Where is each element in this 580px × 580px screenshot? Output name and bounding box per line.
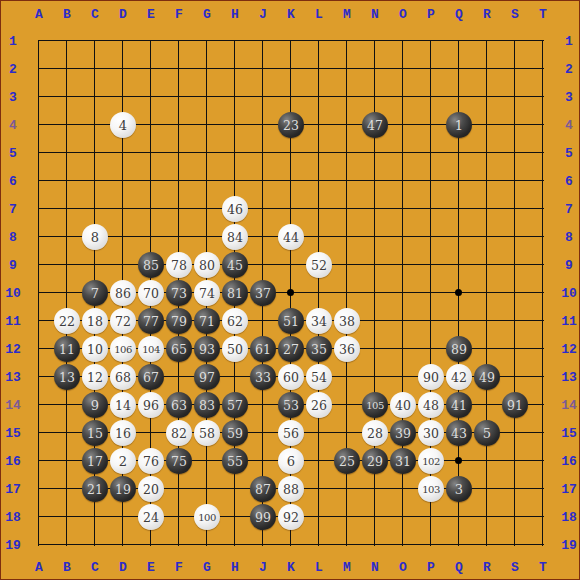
coordinate-label[interactable]: 14 xyxy=(555,391,580,419)
coordinate-label[interactable]: 12 xyxy=(555,335,580,363)
intersection-G19[interactable] xyxy=(193,531,221,559)
coordinate-label[interactable]: 16 xyxy=(0,447,27,475)
intersection-S15[interactable] xyxy=(501,419,529,447)
intersection-B14[interactable] xyxy=(53,391,81,419)
intersection-S2[interactable] xyxy=(501,55,529,83)
coordinate-label[interactable]: 4 xyxy=(555,111,580,139)
intersection-F7[interactable] xyxy=(165,195,193,223)
intersection-A11[interactable] xyxy=(25,307,53,335)
intersection-H18[interactable] xyxy=(221,503,249,531)
intersection-E11[interactable]: 77 xyxy=(137,307,165,335)
intersection-E15[interactable] xyxy=(137,419,165,447)
intersection-E7[interactable] xyxy=(137,195,165,223)
intersection-O16[interactable]: 31 xyxy=(389,447,417,475)
intersection-H8[interactable]: 84 xyxy=(221,223,249,251)
intersection-D13[interactable]: 68 xyxy=(109,363,137,391)
intersection-J3[interactable] xyxy=(249,83,277,111)
intersection-C5[interactable] xyxy=(81,139,109,167)
intersection-L9[interactable]: 52 xyxy=(305,251,333,279)
intersection-E3[interactable] xyxy=(137,83,165,111)
intersection-N19[interactable] xyxy=(361,531,389,559)
intersection-O7[interactable] xyxy=(389,195,417,223)
intersection-C1[interactable] xyxy=(81,27,109,55)
intersection-O13[interactable] xyxy=(389,363,417,391)
coordinate-label[interactable]: 11 xyxy=(0,307,27,335)
coordinate-label[interactable]: L xyxy=(305,0,333,28)
intersection-M15[interactable] xyxy=(333,419,361,447)
intersection-M19[interactable] xyxy=(333,531,361,559)
intersection-S13[interactable] xyxy=(501,363,529,391)
intersection-J5[interactable] xyxy=(249,139,277,167)
intersection-H16[interactable]: 55 xyxy=(221,447,249,475)
intersection-L16[interactable] xyxy=(305,447,333,475)
intersection-L1[interactable] xyxy=(305,27,333,55)
intersection-H15[interactable]: 59 xyxy=(221,419,249,447)
intersection-A1[interactable] xyxy=(25,27,53,55)
intersection-J12[interactable]: 61 xyxy=(249,335,277,363)
coordinate-label[interactable]: 19 xyxy=(555,531,580,559)
intersection-H10[interactable]: 81 xyxy=(221,279,249,307)
intersection-B5[interactable] xyxy=(53,139,81,167)
coordinate-label[interactable]: H xyxy=(221,0,249,28)
intersection-A10[interactable] xyxy=(25,279,53,307)
intersection-K14[interactable]: 53 xyxy=(277,391,305,419)
intersection-S5[interactable] xyxy=(501,139,529,167)
intersection-C2[interactable] xyxy=(81,55,109,83)
intersection-O12[interactable] xyxy=(389,335,417,363)
intersection-M3[interactable] xyxy=(333,83,361,111)
intersection-F2[interactable] xyxy=(165,55,193,83)
intersection-O10[interactable] xyxy=(389,279,417,307)
intersection-M5[interactable] xyxy=(333,139,361,167)
intersection-B11[interactable]: 22 xyxy=(53,307,81,335)
coordinate-label[interactable]: 6 xyxy=(555,167,580,195)
coordinate-label[interactable]: 2 xyxy=(0,55,27,83)
intersection-N17[interactable] xyxy=(361,475,389,503)
coordinate-label[interactable]: 5 xyxy=(0,139,27,167)
intersection-E10[interactable]: 70 xyxy=(137,279,165,307)
intersection-G13[interactable]: 97 xyxy=(193,363,221,391)
intersection-C18[interactable] xyxy=(81,503,109,531)
intersection-P5[interactable] xyxy=(417,139,445,167)
coordinate-label[interactable]: 19 xyxy=(0,531,27,559)
intersection-N8[interactable] xyxy=(361,223,389,251)
intersection-A13[interactable] xyxy=(25,363,53,391)
intersection-H12[interactable]: 50 xyxy=(221,335,249,363)
intersection-E1[interactable] xyxy=(137,27,165,55)
intersection-D7[interactable] xyxy=(109,195,137,223)
intersection-T3[interactable] xyxy=(529,83,557,111)
coordinate-label[interactable]: 11 xyxy=(555,307,580,335)
intersection-P6[interactable] xyxy=(417,167,445,195)
intersection-N13[interactable] xyxy=(361,363,389,391)
intersection-N6[interactable] xyxy=(361,167,389,195)
coordinate-label[interactable]: R xyxy=(473,0,501,28)
intersection-F19[interactable] xyxy=(165,531,193,559)
intersection-R1[interactable] xyxy=(473,27,501,55)
intersection-T1[interactable] xyxy=(529,27,557,55)
intersection-L15[interactable] xyxy=(305,419,333,447)
intersection-D17[interactable]: 19 xyxy=(109,475,137,503)
intersection-D1[interactable] xyxy=(109,27,137,55)
intersection-C14[interactable]: 9 xyxy=(81,391,109,419)
intersection-C4[interactable] xyxy=(81,111,109,139)
intersection-N9[interactable] xyxy=(361,251,389,279)
intersection-E6[interactable] xyxy=(137,167,165,195)
coordinate-label[interactable]: 18 xyxy=(0,503,27,531)
intersection-P13[interactable]: 90 xyxy=(417,363,445,391)
intersection-K7[interactable] xyxy=(277,195,305,223)
intersection-H1[interactable] xyxy=(221,27,249,55)
intersection-M11[interactable]: 38 xyxy=(333,307,361,335)
intersection-A9[interactable] xyxy=(25,251,53,279)
intersection-K11[interactable]: 51 xyxy=(277,307,305,335)
intersection-Q8[interactable] xyxy=(445,223,473,251)
intersection-R13[interactable]: 49 xyxy=(473,363,501,391)
intersection-J15[interactable] xyxy=(249,419,277,447)
coordinate-label[interactable]: 1 xyxy=(555,27,580,55)
intersection-E9[interactable]: 85 xyxy=(137,251,165,279)
intersection-R19[interactable] xyxy=(473,531,501,559)
intersection-G10[interactable]: 74 xyxy=(193,279,221,307)
intersection-P18[interactable] xyxy=(417,503,445,531)
intersection-O17[interactable] xyxy=(389,475,417,503)
intersection-H13[interactable] xyxy=(221,363,249,391)
intersection-D8[interactable] xyxy=(109,223,137,251)
intersection-M6[interactable] xyxy=(333,167,361,195)
intersection-J14[interactable] xyxy=(249,391,277,419)
intersection-E13[interactable]: 67 xyxy=(137,363,165,391)
intersection-L5[interactable] xyxy=(305,139,333,167)
intersection-K4[interactable]: 23 xyxy=(277,111,305,139)
intersection-K9[interactable] xyxy=(277,251,305,279)
intersection-N16[interactable]: 29 xyxy=(361,447,389,475)
intersection-D11[interactable]: 72 xyxy=(109,307,137,335)
coordinate-label[interactable]: 10 xyxy=(555,279,580,307)
intersection-F16[interactable]: 75 xyxy=(165,447,193,475)
coordinate-label[interactable]: T xyxy=(529,0,557,28)
coordinate-label[interactable]: C xyxy=(81,0,109,28)
intersection-B16[interactable] xyxy=(53,447,81,475)
intersection-K12[interactable]: 27 xyxy=(277,335,305,363)
intersection-Q7[interactable] xyxy=(445,195,473,223)
intersection-J13[interactable]: 33 xyxy=(249,363,277,391)
intersection-H2[interactable] xyxy=(221,55,249,83)
intersection-D6[interactable] xyxy=(109,167,137,195)
intersection-C15[interactable]: 15 xyxy=(81,419,109,447)
coordinate-label[interactable]: B xyxy=(53,0,81,28)
intersection-T4[interactable] xyxy=(529,111,557,139)
intersection-K10[interactable] xyxy=(277,279,305,307)
intersection-S11[interactable] xyxy=(501,307,529,335)
intersection-P2[interactable] xyxy=(417,55,445,83)
intersection-E17[interactable]: 20 xyxy=(137,475,165,503)
intersection-F11[interactable]: 79 xyxy=(165,307,193,335)
intersection-N14[interactable]: 105 xyxy=(361,391,389,419)
intersection-P19[interactable] xyxy=(417,531,445,559)
intersection-O19[interactable] xyxy=(389,531,417,559)
intersection-T11[interactable] xyxy=(529,307,557,335)
intersection-O1[interactable] xyxy=(389,27,417,55)
intersection-F15[interactable]: 82 xyxy=(165,419,193,447)
intersection-R7[interactable] xyxy=(473,195,501,223)
intersection-L6[interactable] xyxy=(305,167,333,195)
intersection-Q17[interactable]: 3 xyxy=(445,475,473,503)
coordinate-label[interactable]: 2 xyxy=(555,55,580,83)
intersection-O2[interactable] xyxy=(389,55,417,83)
intersection-M1[interactable] xyxy=(333,27,361,55)
intersection-G18[interactable]: 100 xyxy=(193,503,221,531)
intersection-E8[interactable] xyxy=(137,223,165,251)
intersection-T12[interactable] xyxy=(529,335,557,363)
intersection-M14[interactable] xyxy=(333,391,361,419)
intersection-H11[interactable]: 62 xyxy=(221,307,249,335)
intersection-H17[interactable] xyxy=(221,475,249,503)
coordinate-label[interactable]: 14 xyxy=(0,391,27,419)
intersection-R8[interactable] xyxy=(473,223,501,251)
intersection-G5[interactable] xyxy=(193,139,221,167)
intersection-D14[interactable]: 14 xyxy=(109,391,137,419)
intersection-G2[interactable] xyxy=(193,55,221,83)
intersection-N3[interactable] xyxy=(361,83,389,111)
intersection-Q13[interactable]: 42 xyxy=(445,363,473,391)
intersection-G15[interactable]: 58 xyxy=(193,419,221,447)
intersection-N7[interactable] xyxy=(361,195,389,223)
intersection-H3[interactable] xyxy=(221,83,249,111)
intersection-K13[interactable]: 60 xyxy=(277,363,305,391)
intersection-S8[interactable] xyxy=(501,223,529,251)
intersection-J8[interactable] xyxy=(249,223,277,251)
intersection-O15[interactable]: 39 xyxy=(389,419,417,447)
intersection-K1[interactable] xyxy=(277,27,305,55)
coordinate-label[interactable]: 17 xyxy=(0,475,27,503)
intersection-E4[interactable] xyxy=(137,111,165,139)
intersection-J4[interactable] xyxy=(249,111,277,139)
intersection-K18[interactable]: 92 xyxy=(277,503,305,531)
intersection-Q18[interactable] xyxy=(445,503,473,531)
intersection-F5[interactable] xyxy=(165,139,193,167)
intersection-Q2[interactable] xyxy=(445,55,473,83)
coordinate-label[interactable]: 15 xyxy=(555,419,580,447)
intersection-M2[interactable] xyxy=(333,55,361,83)
intersection-S1[interactable] xyxy=(501,27,529,55)
intersection-R10[interactable] xyxy=(473,279,501,307)
intersection-K5[interactable] xyxy=(277,139,305,167)
intersection-T13[interactable] xyxy=(529,363,557,391)
intersection-B18[interactable] xyxy=(53,503,81,531)
intersection-L17[interactable] xyxy=(305,475,333,503)
intersection-A2[interactable] xyxy=(25,55,53,83)
coordinate-label[interactable]: 8 xyxy=(0,223,27,251)
intersection-T9[interactable] xyxy=(529,251,557,279)
intersection-C9[interactable] xyxy=(81,251,109,279)
intersection-M18[interactable] xyxy=(333,503,361,531)
intersection-G16[interactable] xyxy=(193,447,221,475)
intersection-C7[interactable] xyxy=(81,195,109,223)
coordinate-label[interactable]: 8 xyxy=(555,223,580,251)
intersection-R16[interactable] xyxy=(473,447,501,475)
intersection-H5[interactable] xyxy=(221,139,249,167)
intersection-C6[interactable] xyxy=(81,167,109,195)
intersection-P10[interactable] xyxy=(417,279,445,307)
coordinate-label[interactable]: A xyxy=(25,0,53,28)
intersection-R15[interactable]: 5 xyxy=(473,419,501,447)
intersection-M4[interactable] xyxy=(333,111,361,139)
intersection-H14[interactable]: 57 xyxy=(221,391,249,419)
intersection-N2[interactable] xyxy=(361,55,389,83)
intersection-K15[interactable]: 56 xyxy=(277,419,305,447)
intersection-J6[interactable] xyxy=(249,167,277,195)
intersection-B4[interactable] xyxy=(53,111,81,139)
intersection-B3[interactable] xyxy=(53,83,81,111)
intersection-P17[interactable]: 103 xyxy=(417,475,445,503)
intersection-S16[interactable] xyxy=(501,447,529,475)
intersection-L18[interactable] xyxy=(305,503,333,531)
intersection-C8[interactable]: 8 xyxy=(81,223,109,251)
intersection-S7[interactable] xyxy=(501,195,529,223)
intersection-L3[interactable] xyxy=(305,83,333,111)
intersection-P14[interactable]: 48 xyxy=(417,391,445,419)
intersection-G1[interactable] xyxy=(193,27,221,55)
intersection-T16[interactable] xyxy=(529,447,557,475)
intersection-N10[interactable] xyxy=(361,279,389,307)
coordinate-label[interactable]: K xyxy=(277,0,305,28)
intersection-R3[interactable] xyxy=(473,83,501,111)
intersection-M7[interactable] xyxy=(333,195,361,223)
intersection-F12[interactable]: 65 xyxy=(165,335,193,363)
intersection-T5[interactable] xyxy=(529,139,557,167)
intersection-T15[interactable] xyxy=(529,419,557,447)
coordinate-label[interactable]: D xyxy=(109,0,137,28)
intersection-H19[interactable] xyxy=(221,531,249,559)
intersection-T14[interactable] xyxy=(529,391,557,419)
intersection-S3[interactable] xyxy=(501,83,529,111)
intersection-F1[interactable] xyxy=(165,27,193,55)
intersection-N1[interactable] xyxy=(361,27,389,55)
intersection-G7[interactable] xyxy=(193,195,221,223)
intersection-G12[interactable]: 93 xyxy=(193,335,221,363)
intersection-M17[interactable] xyxy=(333,475,361,503)
intersection-Q16[interactable] xyxy=(445,447,473,475)
intersection-F14[interactable]: 63 xyxy=(165,391,193,419)
intersection-G6[interactable] xyxy=(193,167,221,195)
intersection-B10[interactable] xyxy=(53,279,81,307)
intersection-C12[interactable]: 10 xyxy=(81,335,109,363)
intersection-P1[interactable] xyxy=(417,27,445,55)
intersection-P4[interactable] xyxy=(417,111,445,139)
intersection-N18[interactable] xyxy=(361,503,389,531)
intersection-C13[interactable]: 12 xyxy=(81,363,109,391)
intersection-B17[interactable] xyxy=(53,475,81,503)
intersection-D19[interactable] xyxy=(109,531,137,559)
intersection-O9[interactable] xyxy=(389,251,417,279)
intersection-E19[interactable] xyxy=(137,531,165,559)
intersection-F17[interactable] xyxy=(165,475,193,503)
intersection-A14[interactable] xyxy=(25,391,53,419)
intersection-T7[interactable] xyxy=(529,195,557,223)
intersection-B19[interactable] xyxy=(53,531,81,559)
intersection-D10[interactable]: 86 xyxy=(109,279,137,307)
intersection-R18[interactable] xyxy=(473,503,501,531)
intersection-J9[interactable] xyxy=(249,251,277,279)
coordinate-label[interactable]: 9 xyxy=(555,251,580,279)
intersection-R12[interactable] xyxy=(473,335,501,363)
intersection-B6[interactable] xyxy=(53,167,81,195)
intersection-Q15[interactable]: 43 xyxy=(445,419,473,447)
intersection-E14[interactable]: 96 xyxy=(137,391,165,419)
intersection-J16[interactable] xyxy=(249,447,277,475)
coordinate-label[interactable]: 13 xyxy=(555,363,580,391)
intersection-R4[interactable] xyxy=(473,111,501,139)
intersection-L19[interactable] xyxy=(305,531,333,559)
intersection-L4[interactable] xyxy=(305,111,333,139)
intersection-B7[interactable] xyxy=(53,195,81,223)
intersection-J1[interactable] xyxy=(249,27,277,55)
intersection-T6[interactable] xyxy=(529,167,557,195)
intersection-L10[interactable] xyxy=(305,279,333,307)
intersection-S19[interactable] xyxy=(501,531,529,559)
coordinate-label[interactable]: E xyxy=(137,0,165,28)
intersection-F9[interactable]: 78 xyxy=(165,251,193,279)
intersection-O8[interactable] xyxy=(389,223,417,251)
intersection-H6[interactable] xyxy=(221,167,249,195)
coordinate-label[interactable]: N xyxy=(361,0,389,28)
intersection-O18[interactable] xyxy=(389,503,417,531)
intersection-S14[interactable]: 91 xyxy=(501,391,529,419)
intersection-C19[interactable] xyxy=(81,531,109,559)
coordinate-label[interactable]: 17 xyxy=(555,475,580,503)
coordinate-label[interactable]: 9 xyxy=(0,251,27,279)
coordinate-label[interactable]: M xyxy=(333,0,361,28)
intersection-K8[interactable]: 44 xyxy=(277,223,305,251)
intersection-F6[interactable] xyxy=(165,167,193,195)
intersection-P7[interactable] xyxy=(417,195,445,223)
intersection-T17[interactable] xyxy=(529,475,557,503)
intersection-E2[interactable] xyxy=(137,55,165,83)
intersection-L2[interactable] xyxy=(305,55,333,83)
intersection-O14[interactable]: 40 xyxy=(389,391,417,419)
intersection-N15[interactable]: 28 xyxy=(361,419,389,447)
intersection-A18[interactable] xyxy=(25,503,53,531)
intersection-L11[interactable]: 34 xyxy=(305,307,333,335)
coordinate-label[interactable]: J xyxy=(249,0,277,28)
intersection-D2[interactable] xyxy=(109,55,137,83)
intersection-A8[interactable] xyxy=(25,223,53,251)
intersection-A16[interactable] xyxy=(25,447,53,475)
intersection-P11[interactable] xyxy=(417,307,445,335)
intersection-A12[interactable] xyxy=(25,335,53,363)
intersection-K19[interactable] xyxy=(277,531,305,559)
coordinate-label[interactable]: 7 xyxy=(555,195,580,223)
intersection-M8[interactable] xyxy=(333,223,361,251)
coordinate-label[interactable]: 12 xyxy=(0,335,27,363)
coordinate-label[interactable]: F xyxy=(165,0,193,28)
coordinate-label[interactable]: 16 xyxy=(555,447,580,475)
intersection-L12[interactable]: 35 xyxy=(305,335,333,363)
intersection-A19[interactable] xyxy=(25,531,53,559)
intersection-D4[interactable]: 4 xyxy=(109,111,137,139)
intersection-G17[interactable] xyxy=(193,475,221,503)
intersection-D12[interactable]: 106 xyxy=(109,335,137,363)
intersection-R14[interactable] xyxy=(473,391,501,419)
intersection-H7[interactable]: 46 xyxy=(221,195,249,223)
intersection-F10[interactable]: 73 xyxy=(165,279,193,307)
intersection-Q5[interactable] xyxy=(445,139,473,167)
intersection-J11[interactable] xyxy=(249,307,277,335)
intersection-R17[interactable] xyxy=(473,475,501,503)
coordinate-label[interactable]: 6 xyxy=(0,167,27,195)
intersection-J17[interactable]: 87 xyxy=(249,475,277,503)
